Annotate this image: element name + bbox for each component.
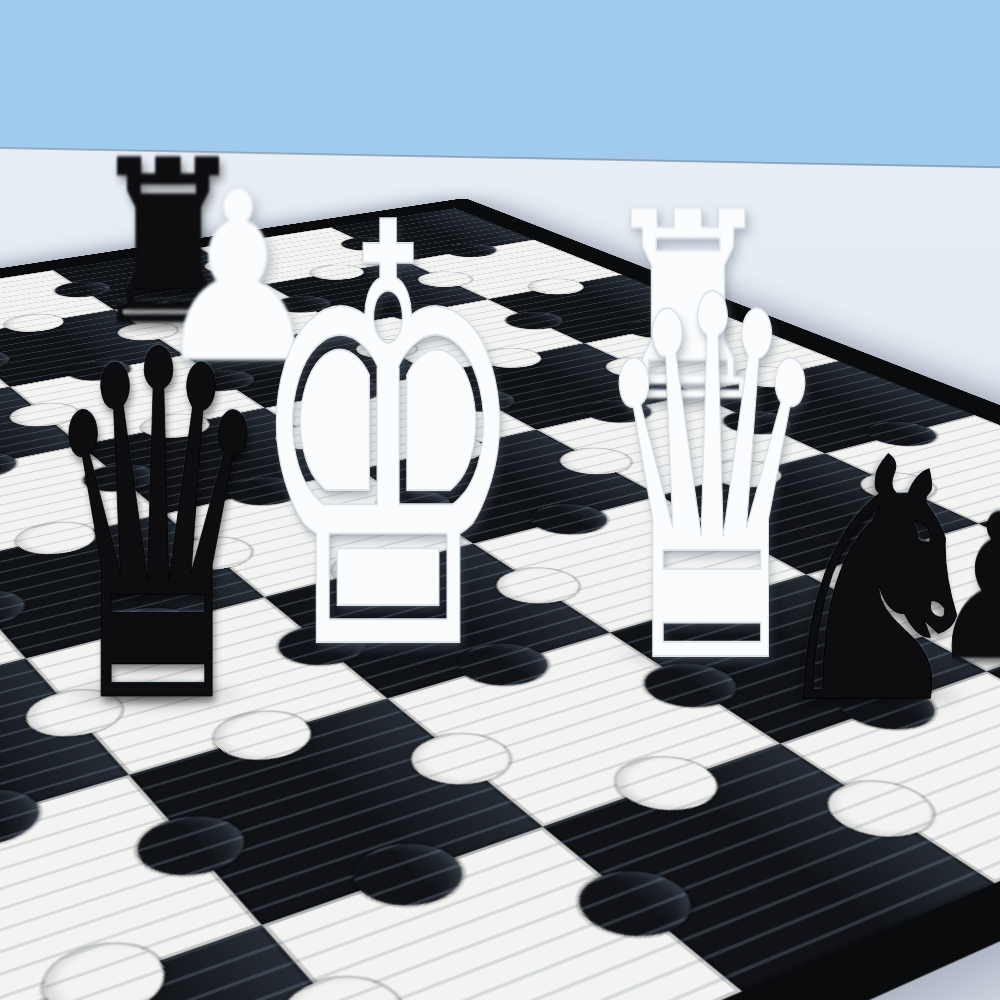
board-grid [0, 208, 1000, 1000]
chessboard-scene [0, 0, 1000, 1000]
puzzle-chessboard [0, 198, 1000, 1000]
photo-stage: ♜♟♜♚♛♞♛♟ [0, 0, 1000, 1000]
